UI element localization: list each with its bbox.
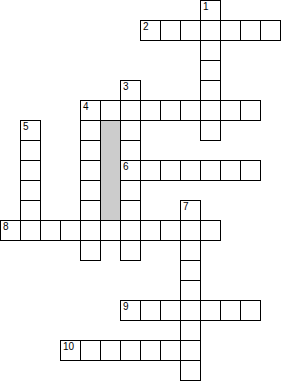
cell-r5-c11[interactable] bbox=[220, 100, 241, 121]
cell-r5-c6[interactable] bbox=[120, 100, 141, 121]
cell-r8-c4[interactable] bbox=[80, 160, 101, 181]
cell-r11-c7[interactable] bbox=[140, 220, 161, 241]
cell-r12-c6[interactable] bbox=[120, 240, 141, 261]
cell-r17-c9[interactable] bbox=[180, 340, 201, 361]
cell-r11-c2[interactable] bbox=[40, 220, 61, 241]
cell-r6-c1[interactable]: 5 bbox=[20, 120, 41, 141]
cell-r18-c9[interactable] bbox=[180, 360, 201, 381]
clue-number-1: 1 bbox=[203, 1, 209, 12]
cell-r10-c1[interactable] bbox=[20, 200, 41, 221]
clue-number-2: 2 bbox=[143, 21, 149, 32]
cell-r5-c4[interactable]: 4 bbox=[80, 100, 101, 121]
cell-r13-c9[interactable] bbox=[180, 260, 201, 281]
cell-r8-c6[interactable]: 6 bbox=[120, 160, 141, 181]
cell-r8-c11[interactable] bbox=[220, 160, 241, 181]
cell-r15-c6[interactable]: 9 bbox=[120, 300, 141, 321]
cell-r8-c8[interactable] bbox=[160, 160, 181, 181]
cell-r11-c6[interactable] bbox=[120, 220, 141, 241]
cell-r6-c4[interactable] bbox=[80, 120, 101, 141]
cell-r10-c9[interactable]: 7 bbox=[180, 200, 201, 221]
cell-r1-c9[interactable] bbox=[180, 20, 201, 41]
cell-r15-c9[interactable] bbox=[180, 300, 201, 321]
cell-r11-c4[interactable] bbox=[80, 220, 101, 241]
cell-r9-c6[interactable] bbox=[120, 180, 141, 201]
cell-r17-c4[interactable] bbox=[80, 340, 101, 361]
cell-r8-c12[interactable] bbox=[240, 160, 261, 181]
cell-r4-c6[interactable]: 3 bbox=[120, 80, 141, 101]
cell-r2-c10[interactable] bbox=[200, 40, 221, 61]
cell-r11-c10[interactable] bbox=[200, 220, 221, 241]
cell-r15-c8[interactable] bbox=[160, 300, 181, 321]
clue-number-3: 3 bbox=[123, 81, 129, 92]
clue-number-8: 8 bbox=[3, 221, 9, 232]
cell-r10-c6[interactable] bbox=[120, 200, 141, 221]
clue-number-10: 10 bbox=[63, 341, 74, 352]
cell-r6-c6[interactable] bbox=[120, 120, 141, 141]
cell-r14-c9[interactable] bbox=[180, 280, 201, 301]
cell-r11-c5[interactable] bbox=[100, 220, 121, 241]
cell-r10-c4[interactable] bbox=[80, 200, 101, 221]
cell-r5-c9[interactable] bbox=[180, 100, 201, 121]
cell-r11-c8[interactable] bbox=[160, 220, 181, 241]
clue-number-7: 7 bbox=[183, 201, 189, 212]
cell-r7-c4[interactable] bbox=[80, 140, 101, 161]
cell-r12-c9[interactable] bbox=[180, 240, 201, 261]
cell-r17-c6[interactable] bbox=[120, 340, 141, 361]
cell-r0-c10[interactable]: 1 bbox=[200, 0, 221, 21]
cell-r11-c9[interactable] bbox=[180, 220, 201, 241]
cell-r1-c12[interactable] bbox=[240, 20, 261, 41]
cell-r7-c6[interactable] bbox=[120, 140, 141, 161]
cell-r8-c9[interactable] bbox=[180, 160, 201, 181]
clue-number-6: 6 bbox=[123, 161, 129, 172]
cell-r9-c1[interactable] bbox=[20, 180, 41, 201]
highlight-strip[interactable] bbox=[100, 120, 121, 221]
cell-r8-c10[interactable] bbox=[200, 160, 221, 181]
cell-r1-c7[interactable]: 2 bbox=[140, 20, 161, 41]
cell-r5-c10[interactable] bbox=[200, 100, 221, 121]
cell-r5-c8[interactable] bbox=[160, 100, 181, 121]
cell-r11-c0[interactable]: 8 bbox=[0, 220, 21, 241]
cell-r17-c8[interactable] bbox=[160, 340, 181, 361]
cell-r5-c7[interactable] bbox=[140, 100, 161, 121]
cell-r12-c4[interactable] bbox=[80, 240, 101, 261]
cell-r4-c10[interactable] bbox=[200, 80, 221, 101]
cell-r1-c11[interactable] bbox=[220, 20, 241, 41]
clue-number-5: 5 bbox=[23, 121, 29, 132]
cell-r15-c11[interactable] bbox=[220, 300, 241, 321]
cell-r1-c10[interactable] bbox=[200, 20, 221, 41]
cell-r6-c10[interactable] bbox=[200, 120, 221, 141]
cell-r5-c5[interactable] bbox=[100, 100, 121, 121]
cell-r9-c4[interactable] bbox=[80, 180, 101, 201]
cell-r8-c7[interactable] bbox=[140, 160, 161, 181]
cell-r11-c1[interactable] bbox=[20, 220, 41, 241]
cell-r15-c7[interactable] bbox=[140, 300, 161, 321]
clue-number-9: 9 bbox=[123, 301, 129, 312]
cell-r17-c7[interactable] bbox=[140, 340, 161, 361]
crossword-board: 12345678910 bbox=[0, 0, 281, 381]
cell-r7-c1[interactable] bbox=[20, 140, 41, 161]
cell-r11-c3[interactable] bbox=[60, 220, 81, 241]
cell-r5-c12[interactable] bbox=[240, 100, 261, 121]
cell-r8-c1[interactable] bbox=[20, 160, 41, 181]
clue-number-4: 4 bbox=[83, 101, 89, 112]
cell-r1-c8[interactable] bbox=[160, 20, 181, 41]
cell-r15-c12[interactable] bbox=[240, 300, 261, 321]
cell-r17-c5[interactable] bbox=[100, 340, 121, 361]
cell-r1-c13[interactable] bbox=[260, 20, 281, 41]
cell-r15-c10[interactable] bbox=[200, 300, 221, 321]
cell-r16-c9[interactable] bbox=[180, 320, 201, 341]
cell-r3-c10[interactable] bbox=[200, 60, 221, 81]
cell-r17-c3[interactable]: 10 bbox=[60, 340, 81, 361]
